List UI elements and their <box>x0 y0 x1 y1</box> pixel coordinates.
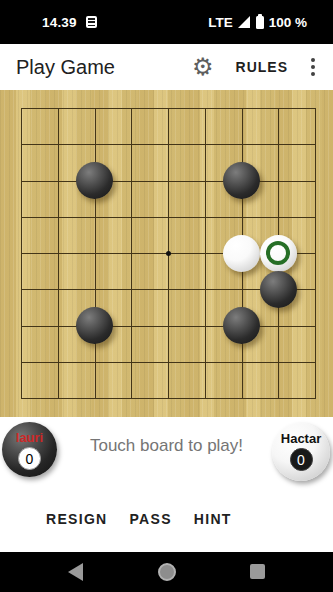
player-black-avatar: lauri 0 <box>2 422 57 477</box>
back-icon[interactable] <box>68 563 83 581</box>
grid-line-horizontal <box>21 362 316 363</box>
go-board[interactable] <box>0 90 333 417</box>
stone-black <box>223 162 260 199</box>
clock: 14.39 <box>42 15 77 30</box>
home-icon[interactable] <box>158 563 176 581</box>
stone-black <box>76 307 113 344</box>
resign-button[interactable]: RESIGN <box>38 501 115 537</box>
grid-line-horizontal <box>21 398 316 399</box>
notification-icon <box>86 16 97 28</box>
status-bar: 14.39 LTE 100 % <box>0 0 333 44</box>
stone-black <box>260 271 297 308</box>
grid-line-horizontal <box>21 326 316 327</box>
action-button-row: RESIGN PASS HINT <box>38 501 240 537</box>
star-point <box>166 251 171 256</box>
battery-percent-label: 100 % <box>269 15 307 30</box>
rules-button[interactable]: RULES <box>232 53 292 81</box>
grid-line-vertical <box>315 108 316 399</box>
pass-button[interactable]: PASS <box>121 501 179 537</box>
signal-strength-icon <box>238 16 250 28</box>
stone-black <box>76 162 113 199</box>
last-move-marker <box>266 241 290 265</box>
player-black-capture-count: 0 <box>18 447 41 470</box>
settings-gear-icon[interactable]: ⚙ <box>192 55 214 79</box>
recents-icon[interactable] <box>250 564 265 579</box>
player-white-capture-count: 0 <box>290 448 313 471</box>
overflow-menu-icon[interactable] <box>306 54 320 80</box>
stone-black <box>223 307 260 344</box>
stone-white <box>260 235 297 272</box>
phone-screen: 14.39 LTE 100 % Play Game ⚙ RULES Touch … <box>0 0 333 592</box>
player-white-avatar: Hactar 0 <box>272 423 330 481</box>
hint-button[interactable]: HINT <box>186 501 240 537</box>
stone-white <box>223 235 260 272</box>
network-type-label: LTE <box>208 15 233 30</box>
player-black-name: lauri <box>16 431 43 445</box>
battery-icon <box>256 16 264 29</box>
player-white-name: Hactar <box>281 432 321 446</box>
app-bar: Play Game ⚙ RULES <box>0 44 333 90</box>
page-title: Play Game <box>16 56 115 79</box>
grid-line-vertical <box>205 108 206 399</box>
